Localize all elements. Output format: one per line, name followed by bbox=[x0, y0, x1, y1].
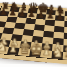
board-frame: ♜♞♝♛♚♝♞♜♟♟♟♟♟♟♟♟♟♟♟♟♟♟♟♟♜♞♝♛♚♝♞♜ bbox=[0, 3, 67, 66]
square-h6[interactable] bbox=[64, 21, 67, 27]
square-g7[interactable]: ♟ bbox=[55, 15, 65, 21]
black-pawn-piece[interactable]: ♟ bbox=[55, 12, 65, 21]
chess-board: ♜♞♝♛♚♝♞♜♟♟♟♟♟♟♟♟♟♟♟♟♟♟♟♟♜♞♝♛♚♝♞♜ bbox=[0, 3, 67, 66]
white-king-piece[interactable]: ♚ bbox=[29, 41, 41, 57]
black-pawn-piece[interactable]: ♟ bbox=[36, 11, 46, 20]
square-h1[interactable]: ♜ bbox=[63, 52, 67, 60]
square-f1[interactable]: ♝ bbox=[40, 50, 52, 58]
black-pawn-piece[interactable]: ♟ bbox=[27, 10, 37, 19]
black-pawn-piece[interactable]: ♟ bbox=[65, 13, 67, 22]
white-rook-piece[interactable]: ♜ bbox=[63, 48, 67, 60]
black-pawn-piece[interactable]: ♟ bbox=[17, 9, 27, 18]
square-f7[interactable]: ♟ bbox=[45, 15, 55, 21]
black-pawn-piece[interactable]: ♟ bbox=[45, 11, 55, 20]
white-bishop-piece[interactable]: ♝ bbox=[40, 44, 52, 58]
square-h7[interactable]: ♟ bbox=[65, 16, 67, 22]
white-knight-piece[interactable]: ♞ bbox=[52, 45, 64, 59]
chess-set-photo: ♜♞♝♛♚♝♞♜♟♟♟♟♟♟♟♟♟♟♟♟♟♟♟♟♜♞♝♛♚♝♞♜ bbox=[0, 0, 67, 67]
square-g1[interactable]: ♞ bbox=[52, 51, 64, 59]
board-grid: ♜♞♝♛♚♝♞♜♟♟♟♟♟♟♟♟♟♟♟♟♟♟♟♟♜♞♝♛♚♝♞♜ bbox=[0, 6, 67, 62]
white-queen-piece[interactable]: ♛ bbox=[18, 41, 30, 56]
white-bishop-piece[interactable]: ♝ bbox=[7, 41, 19, 55]
square-e5[interactable] bbox=[34, 24, 45, 31]
square-h5[interactable] bbox=[64, 27, 67, 34]
black-pawn-piece[interactable]: ♟ bbox=[8, 8, 18, 17]
